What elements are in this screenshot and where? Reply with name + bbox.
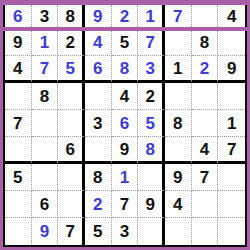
cell-r9c2[interactable]: 9 [32, 218, 59, 245]
filled-digit: 6 [120, 115, 129, 132]
cell-r5c8[interactable] [192, 110, 219, 137]
cell-r2c5[interactable]: 5 [112, 29, 139, 56]
cell-r8c4[interactable]: 2 [85, 191, 112, 218]
cell-r7c9[interactable] [218, 164, 245, 191]
given-digit: 8 [173, 115, 182, 132]
filled-digit: 7 [145, 34, 154, 51]
cell-r5c2[interactable] [32, 110, 59, 137]
cell-r4c3[interactable] [58, 83, 85, 110]
cell-r3c9[interactable]: 9 [218, 56, 245, 83]
filled-digit: 8 [120, 60, 129, 77]
given-digit: 3 [120, 223, 129, 240]
cell-r5c1[interactable]: 7 [5, 110, 32, 137]
cell-r4c4[interactable] [85, 83, 112, 110]
given-digit: 9 [145, 196, 154, 213]
given-digit: 4 [227, 8, 236, 25]
cell-r9c5[interactable]: 3 [112, 218, 139, 245]
cell-r2c1[interactable]: 9 [5, 29, 32, 56]
cell-r8c3[interactable] [58, 191, 85, 218]
cell-r4c8[interactable] [192, 83, 219, 110]
filled-digit: 5 [65, 60, 74, 77]
cell-r9c7[interactable] [165, 218, 192, 245]
filled-digit: 1 [145, 8, 154, 25]
cell-r8c2[interactable]: 6 [32, 191, 59, 218]
cell-r5c9[interactable]: 1 [218, 110, 245, 137]
given-digit: 3 [40, 8, 49, 25]
cell-r1c6[interactable]: 1 [138, 5, 165, 29]
filled-digit: 1 [120, 169, 129, 186]
cell-r3c8[interactable]: 2 [192, 56, 219, 83]
filled-digit: 6 [13, 8, 22, 25]
cell-r1c3[interactable]: 8 [58, 5, 85, 29]
filled-digit: 7 [40, 60, 49, 77]
given-digit: 3 [93, 115, 102, 132]
cell-r1c4[interactable]: 9 [85, 5, 112, 29]
cell-r4c9[interactable] [218, 83, 245, 110]
given-digit: 6 [40, 196, 49, 213]
given-digit: 9 [227, 60, 236, 77]
given-digit: 7 [13, 115, 22, 132]
cell-r6c1[interactable] [5, 137, 32, 164]
cell-r9c6[interactable] [138, 218, 165, 245]
given-digit: 2 [145, 88, 154, 105]
cell-r1c2[interactable]: 3 [32, 5, 59, 29]
cell-r8c9[interactable] [218, 191, 245, 218]
cell-r6c3[interactable]: 6 [58, 137, 85, 164]
cell-r3c5[interactable]: 8 [112, 56, 139, 83]
cell-r2c7[interactable] [165, 29, 192, 56]
given-digit: 7 [65, 223, 74, 240]
filled-digit: 4 [93, 34, 102, 51]
cell-r9c9[interactable] [218, 218, 245, 245]
cell-r9c4[interactable]: 5 [85, 218, 112, 245]
cell-r3c6[interactable]: 3 [138, 56, 165, 83]
cell-r9c1[interactable] [5, 218, 32, 245]
cell-r1c9[interactable]: 4 [218, 5, 245, 29]
given-digit: 8 [93, 169, 102, 186]
cell-r9c8[interactable] [192, 218, 219, 245]
cell-r8c5[interactable]: 7 [112, 191, 139, 218]
cell-r6c2[interactable] [32, 137, 59, 164]
filled-digit: 8 [145, 141, 154, 158]
cell-r8c8[interactable] [192, 191, 219, 218]
cell-r3c3[interactable]: 5 [58, 56, 85, 83]
given-digit: 1 [227, 115, 236, 132]
cell-r2c9[interactable] [218, 29, 245, 56]
cell-r7c8[interactable]: 7 [192, 164, 219, 191]
given-digit: 5 [120, 34, 129, 51]
given-digit: 5 [13, 169, 22, 186]
filled-digit: 3 [145, 60, 154, 77]
given-digit: 6 [65, 141, 74, 158]
given-digit: 8 [40, 88, 49, 105]
cell-r6c5[interactable]: 9 [112, 137, 139, 164]
given-digit: 7 [120, 196, 129, 213]
cell-r7c3[interactable] [58, 164, 85, 191]
cell-r6c8[interactable]: 4 [192, 137, 219, 164]
cell-r7c5[interactable]: 1 [112, 164, 139, 191]
cell-r7c4[interactable]: 8 [85, 164, 112, 191]
given-digit: 4 [200, 141, 209, 158]
filled-digit: 2 [200, 60, 209, 77]
filled-digit: 6 [93, 60, 102, 77]
given-digit: 4 [120, 88, 129, 105]
given-digit: 4 [173, 196, 182, 213]
cell-r3c2[interactable]: 7 [32, 56, 59, 83]
cell-r3c7[interactable]: 1 [165, 56, 192, 83]
cell-r8c7[interactable]: 4 [165, 191, 192, 218]
cell-r5c4[interactable]: 3 [85, 110, 112, 137]
given-digit: 2 [65, 34, 74, 51]
cell-r8c1[interactable] [5, 191, 32, 218]
filled-digit: 7 [173, 8, 182, 25]
cell-r2c4[interactable]: 4 [85, 29, 112, 56]
cell-r7c7[interactable]: 9 [165, 164, 192, 191]
cell-r2c3[interactable]: 2 [58, 29, 85, 56]
given-digit: 7 [200, 169, 209, 186]
cell-r7c6[interactable] [138, 164, 165, 191]
filled-digit: 1 [40, 34, 49, 51]
cell-r4c2[interactable]: 8 [32, 83, 59, 110]
cell-r3c1[interactable]: 4 [5, 56, 32, 83]
given-digit: 7 [227, 141, 236, 158]
cell-r7c2[interactable] [32, 164, 59, 191]
given-digit: 8 [65, 8, 74, 25]
cell-r2c8[interactable]: 8 [192, 29, 219, 56]
given-digit: 8 [200, 34, 209, 51]
cell-r2c6[interactable]: 7 [138, 29, 165, 56]
given-digit: 9 [120, 141, 129, 158]
filled-digit: 2 [120, 8, 129, 25]
given-digit: 5 [93, 223, 102, 240]
cell-r2c2[interactable]: 1 [32, 29, 59, 56]
cell-r4c6[interactable]: 2 [138, 83, 165, 110]
cell-r6c9[interactable]: 7 [218, 137, 245, 164]
cell-r4c1[interactable] [5, 83, 32, 110]
given-digit: 4 [13, 60, 22, 77]
cell-r1c7[interactable]: 7 [165, 5, 192, 29]
given-digit: 9 [13, 34, 22, 51]
filled-digit: 9 [93, 8, 102, 25]
cell-r1c8[interactable] [192, 5, 219, 29]
cell-r9c3[interactable]: 7 [58, 218, 85, 245]
cell-r6c6[interactable]: 8 [138, 137, 165, 164]
cell-r8c6[interactable]: 9 [138, 191, 165, 218]
cell-r5c6[interactable]: 5 [138, 110, 165, 137]
cell-r4c7[interactable] [165, 83, 192, 110]
given-digit: 1 [173, 60, 182, 77]
filled-digit: 2 [93, 196, 102, 213]
filled-digit: 9 [40, 223, 49, 240]
cell-r1c5[interactable]: 2 [112, 5, 139, 29]
row-1-highlight-bar [0, 27, 250, 31]
cell-r5c7[interactable]: 8 [165, 110, 192, 137]
cell-r3c4[interactable]: 6 [85, 56, 112, 83]
cell-r5c5[interactable]: 6 [112, 110, 139, 137]
cell-r4c5[interactable]: 4 [112, 83, 139, 110]
cell-r5c3[interactable] [58, 110, 85, 137]
sudoku-grid: 6389217491245784756831298427365816984758… [3, 5, 247, 247]
cell-r7c1[interactable]: 5 [5, 164, 32, 191]
cell-r6c4[interactable] [85, 137, 112, 164]
cell-r6c7[interactable] [165, 137, 192, 164]
given-digit: 9 [173, 169, 182, 186]
sudoku-board: 6389217491245784756831298427365816984758… [0, 0, 250, 250]
cell-r1c1[interactable]: 6 [5, 5, 32, 29]
filled-digit: 5 [145, 115, 154, 132]
